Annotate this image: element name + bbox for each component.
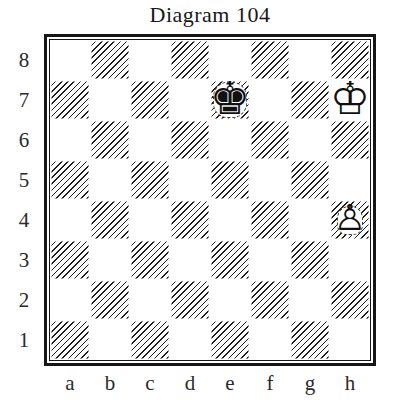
rank-label-6: 6 bbox=[8, 120, 40, 160]
rank-label-8: 8 bbox=[8, 40, 40, 80]
square-a7 bbox=[50, 80, 90, 120]
square-f4 bbox=[250, 200, 290, 240]
file-label-h: h bbox=[330, 367, 370, 399]
square-f1 bbox=[250, 320, 290, 360]
square-a3 bbox=[50, 240, 90, 280]
black-king: ♚ bbox=[210, 79, 250, 119]
white-king: ♔ bbox=[330, 79, 370, 119]
square-a5 bbox=[50, 160, 90, 200]
square-d5 bbox=[170, 160, 210, 200]
square-f5 bbox=[250, 160, 290, 200]
chess-board-frame: ♚♔♙ bbox=[44, 34, 376, 366]
rank-label-5: 5 bbox=[8, 160, 40, 200]
square-e7: ♚ bbox=[210, 80, 250, 120]
rank-label-3: 3 bbox=[8, 240, 40, 280]
square-e2 bbox=[210, 280, 250, 320]
square-h5 bbox=[330, 160, 370, 200]
rank-label-7: 7 bbox=[8, 80, 40, 120]
rank-labels: 87654321 bbox=[8, 40, 40, 360]
square-b3 bbox=[90, 240, 130, 280]
file-label-f: f bbox=[250, 367, 290, 399]
square-f3 bbox=[250, 240, 290, 280]
square-c2 bbox=[130, 280, 170, 320]
square-c6 bbox=[130, 120, 170, 160]
square-a6 bbox=[50, 120, 90, 160]
square-a1 bbox=[50, 320, 90, 360]
square-c5 bbox=[130, 160, 170, 200]
square-g5 bbox=[290, 160, 330, 200]
rank-label-2: 2 bbox=[8, 280, 40, 320]
square-g8 bbox=[290, 40, 330, 80]
square-b6 bbox=[90, 120, 130, 160]
square-g4 bbox=[290, 200, 330, 240]
square-b5 bbox=[90, 160, 130, 200]
square-d2 bbox=[170, 280, 210, 320]
file-label-b: b bbox=[90, 367, 130, 399]
square-c8 bbox=[130, 40, 170, 80]
square-e4 bbox=[210, 200, 250, 240]
file-label-g: g bbox=[290, 367, 330, 399]
book-page: Diagram 104 87654321 ♚♔♙ abcdefgh bbox=[0, 0, 400, 400]
square-e1 bbox=[210, 320, 250, 360]
rank-label-1: 1 bbox=[8, 320, 40, 360]
file-label-a: a bbox=[50, 367, 90, 399]
file-label-e: e bbox=[210, 367, 250, 399]
square-h1 bbox=[330, 320, 370, 360]
file-label-c: c bbox=[130, 367, 170, 399]
square-c7 bbox=[130, 80, 170, 120]
file-labels: abcdefgh bbox=[50, 367, 370, 399]
square-e5 bbox=[210, 160, 250, 200]
square-e3 bbox=[210, 240, 250, 280]
square-d3 bbox=[170, 240, 210, 280]
diagram-title: Diagram 104 bbox=[44, 1, 376, 29]
square-h2 bbox=[330, 280, 370, 320]
square-b7 bbox=[90, 80, 130, 120]
chess-board: ♚♔♙ bbox=[49, 39, 371, 361]
square-g2 bbox=[290, 280, 330, 320]
rank-label-4: 4 bbox=[8, 200, 40, 240]
square-f2 bbox=[250, 280, 290, 320]
square-f7 bbox=[250, 80, 290, 120]
file-label-d: d bbox=[170, 367, 210, 399]
square-c4 bbox=[130, 200, 170, 240]
square-b1 bbox=[90, 320, 130, 360]
square-g6 bbox=[290, 120, 330, 160]
square-b4 bbox=[90, 200, 130, 240]
square-e6 bbox=[210, 120, 250, 160]
square-f8 bbox=[250, 40, 290, 80]
square-c1 bbox=[130, 320, 170, 360]
square-d8 bbox=[170, 40, 210, 80]
square-h6 bbox=[330, 120, 370, 160]
square-a2 bbox=[50, 280, 90, 320]
square-g7 bbox=[290, 80, 330, 120]
square-c3 bbox=[130, 240, 170, 280]
square-d7 bbox=[170, 80, 210, 120]
square-a8 bbox=[50, 40, 90, 80]
square-h3 bbox=[330, 240, 370, 280]
square-f6 bbox=[250, 120, 290, 160]
square-b8 bbox=[90, 40, 130, 80]
square-g3 bbox=[290, 240, 330, 280]
square-b2 bbox=[90, 280, 130, 320]
square-a4 bbox=[50, 200, 90, 240]
white-pawn: ♙ bbox=[334, 198, 366, 238]
square-d1 bbox=[170, 320, 210, 360]
square-g1 bbox=[290, 320, 330, 360]
square-h7: ♔ bbox=[330, 80, 370, 120]
square-d4 bbox=[170, 200, 210, 240]
square-h4: ♙ bbox=[330, 200, 370, 240]
square-d6 bbox=[170, 120, 210, 160]
